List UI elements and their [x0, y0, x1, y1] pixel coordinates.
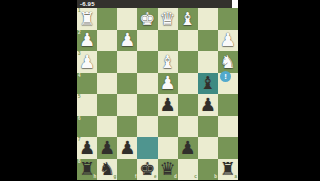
square-d8[interactable]: ♛d: [158, 159, 178, 181]
square-a3[interactable]: ♞: [218, 51, 238, 73]
square-g2[interactable]: [97, 30, 117, 52]
square-g4[interactable]: [97, 73, 117, 95]
square-g1[interactable]: [97, 8, 117, 30]
square-b4[interactable]: ♝: [198, 73, 218, 95]
square-a5[interactable]: [218, 94, 238, 116]
square-d7[interactable]: [158, 137, 178, 159]
square-e2[interactable]: [137, 30, 157, 52]
chess-board: ♜1♚♛♝♟2♟♟♟3♝♞4♟♝5♟♟6♟7♟♟♟♜8h♞gf♚e♛dcb♜a: [77, 8, 238, 180]
rank-label-2: 2: [78, 31, 81, 36]
square-d1[interactable]: ♛: [158, 8, 178, 30]
white-bishop: ♝: [159, 53, 175, 71]
square-e5[interactable]: [137, 94, 157, 116]
square-c2[interactable]: [178, 30, 198, 52]
rank-label-3: 3: [78, 52, 81, 57]
square-f2[interactable]: ♟: [117, 30, 137, 52]
square-f7[interactable]: ♟: [117, 137, 137, 159]
file-label-b: b: [214, 175, 217, 180]
rank-label-5: 5: [78, 95, 81, 100]
black-pawn: ♟: [180, 139, 196, 157]
black-pawn: ♟: [159, 96, 175, 114]
square-h1[interactable]: ♜1: [77, 8, 97, 30]
square-h8[interactable]: ♜8h: [77, 159, 97, 181]
square-e1[interactable]: ♚: [137, 8, 157, 30]
square-e7[interactable]: [137, 137, 157, 159]
square-g8[interactable]: ♞g: [97, 159, 117, 181]
black-pawn: ♟: [200, 96, 216, 114]
square-e4[interactable]: [137, 73, 157, 95]
square-h6[interactable]: 6: [77, 116, 97, 138]
square-b3[interactable]: [198, 51, 218, 73]
file-label-a: a: [234, 175, 237, 180]
square-b5[interactable]: ♟: [198, 94, 218, 116]
black-pawn: ♟: [99, 139, 115, 157]
square-c1[interactable]: ♝: [178, 8, 198, 30]
white-pawn: ♟: [119, 31, 135, 49]
black-bishop: ♝: [200, 74, 216, 92]
eval-bar: -6.95: [77, 0, 238, 8]
square-c7[interactable]: ♟: [178, 137, 198, 159]
rank-label-6: 6: [78, 117, 81, 122]
file-label-g: g: [114, 175, 117, 180]
square-h4[interactable]: 4: [77, 73, 97, 95]
square-c5[interactable]: [178, 94, 198, 116]
file-label-f: f: [135, 175, 137, 180]
white-knight: ♞: [220, 53, 236, 71]
square-e6[interactable]: [137, 116, 157, 138]
square-d5[interactable]: ♟: [158, 94, 178, 116]
rank-label-8: 8: [78, 160, 81, 165]
square-e8[interactable]: ♚e: [137, 159, 157, 181]
white-king: ♚: [139, 10, 155, 28]
white-pawn: ♟: [79, 53, 95, 71]
eval-bar-white-segment: [232, 0, 238, 8]
square-h3[interactable]: ♟3: [77, 51, 97, 73]
square-f6[interactable]: [117, 116, 137, 138]
square-d3[interactable]: ♝: [158, 51, 178, 73]
file-label-c: c: [194, 175, 197, 180]
file-label-d: d: [174, 175, 177, 180]
white-bishop: ♝: [180, 10, 196, 28]
square-a8[interactable]: ♜a: [218, 159, 238, 181]
square-c4[interactable]: [178, 73, 198, 95]
square-e3[interactable]: [137, 51, 157, 73]
square-g7[interactable]: ♟: [97, 137, 117, 159]
square-b1[interactable]: [198, 8, 218, 30]
black-pawn: ♟: [119, 139, 135, 157]
rank-label-1: 1: [78, 9, 81, 14]
board-area: ♜1♚♛♝♟2♟♟♟3♝♞4♟♝5♟♟6♟7♟♟♟♜8h♞gf♚e♛dcb♜a …: [77, 8, 238, 180]
file-label-h: h: [93, 175, 96, 180]
white-pawn: ♟: [79, 31, 95, 49]
square-g5[interactable]: [97, 94, 117, 116]
white-pawn: ♟: [220, 31, 236, 49]
eval-score: -6.95: [77, 0, 95, 8]
square-g6[interactable]: [97, 116, 117, 138]
square-f1[interactable]: [117, 8, 137, 30]
square-b2[interactable]: [198, 30, 218, 52]
square-b7[interactable]: [198, 137, 218, 159]
square-d2[interactable]: [158, 30, 178, 52]
white-rook: ♜: [79, 10, 95, 28]
square-b8[interactable]: b: [198, 159, 218, 181]
file-label-e: e: [154, 175, 157, 180]
square-f5[interactable]: [117, 94, 137, 116]
rank-label-4: 4: [78, 74, 81, 79]
square-d4[interactable]: ♟: [158, 73, 178, 95]
white-pawn: ♟: [159, 74, 175, 92]
square-a7[interactable]: [218, 137, 238, 159]
square-c6[interactable]: [178, 116, 198, 138]
square-d6[interactable]: [158, 116, 178, 138]
square-f4[interactable]: [117, 73, 137, 95]
white-queen: ♛: [159, 10, 175, 28]
square-a1[interactable]: [218, 8, 238, 30]
square-a2[interactable]: ♟: [218, 30, 238, 52]
square-h7[interactable]: ♟7: [77, 137, 97, 159]
square-c3[interactable]: [178, 51, 198, 73]
rank-label-7: 7: [78, 138, 81, 143]
square-f3[interactable]: [117, 51, 137, 73]
square-h2[interactable]: ♟2: [77, 30, 97, 52]
black-pawn: ♟: [79, 139, 95, 157]
square-f8[interactable]: f: [117, 159, 137, 181]
square-c8[interactable]: c: [178, 159, 198, 181]
great-move-badge: !: [220, 71, 231, 82]
square-h5[interactable]: 5: [77, 94, 97, 116]
square-b6[interactable]: [198, 116, 218, 138]
square-a6[interactable]: [218, 116, 238, 138]
square-g3[interactable]: [97, 51, 117, 73]
video-frame: -6.95 ♜1♚♛♝♟2♟♟♟3♝♞4♟♝5♟♟6♟7♟♟♟♜8h♞gf♚e♛…: [0, 0, 320, 180]
